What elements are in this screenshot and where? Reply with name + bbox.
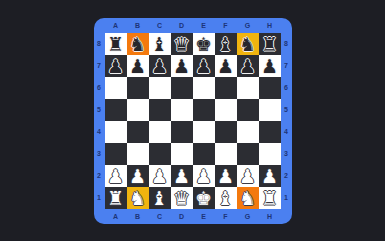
piece-black-pawn[interactable]: ♟ <box>239 55 256 77</box>
file-label-bottom-e: E <box>193 209 215 224</box>
file-label-top-d: D <box>171 18 193 33</box>
square-c2[interactable]: ♟ <box>149 165 171 187</box>
rank-label-left-5: 5 <box>94 99 105 121</box>
square-c1[interactable]: ♝ <box>149 187 171 209</box>
square-g1[interactable]: ♞ <box>237 187 259 209</box>
square-e5[interactable] <box>193 99 215 121</box>
piece-black-knight[interactable]: ♞ <box>239 33 256 55</box>
square-c5[interactable] <box>149 99 171 121</box>
rank-label-left-1: 1 <box>94 187 105 209</box>
square-f8[interactable]: ♝ <box>215 33 237 55</box>
square-e7[interactable]: ♟ <box>193 55 215 77</box>
square-d8[interactable]: ♛ <box>171 33 193 55</box>
piece-black-rook[interactable]: ♜ <box>261 33 278 55</box>
file-label-top-h: H <box>259 18 281 33</box>
square-b2[interactable]: ♟ <box>127 165 149 187</box>
piece-white-pawn[interactable]: ♟ <box>173 165 190 187</box>
piece-black-pawn[interactable]: ♟ <box>217 55 234 77</box>
square-b7[interactable]: ♟ <box>127 55 149 77</box>
square-g4[interactable] <box>237 121 259 143</box>
rank-label-right-5: 5 <box>281 99 292 121</box>
square-a1[interactable]: ♜ <box>105 187 127 209</box>
piece-white-bishop[interactable]: ♝ <box>151 187 168 209</box>
piece-white-pawn[interactable]: ♟ <box>239 165 256 187</box>
square-h1[interactable]: ♜ <box>259 187 281 209</box>
square-c6[interactable] <box>149 77 171 99</box>
square-f5[interactable] <box>215 99 237 121</box>
square-h2[interactable]: ♟ <box>259 165 281 187</box>
piece-white-rook[interactable]: ♜ <box>261 187 278 209</box>
rank-label-left-8: 8 <box>94 33 105 55</box>
piece-white-queen[interactable]: ♛ <box>173 187 190 209</box>
piece-white-rook[interactable]: ♜ <box>107 187 124 209</box>
square-e2[interactable]: ♟ <box>193 165 215 187</box>
rank-label-right-3: 3 <box>281 143 292 165</box>
rank-label-right-1: 1 <box>281 187 292 209</box>
rank-label-right-7: 7 <box>281 55 292 77</box>
square-f3[interactable] <box>215 143 237 165</box>
square-g5[interactable] <box>237 99 259 121</box>
square-d1[interactable]: ♛ <box>171 187 193 209</box>
piece-white-pawn[interactable]: ♟ <box>107 165 124 187</box>
rank-label-right-2: 2 <box>281 165 292 187</box>
square-e8[interactable]: ♚ <box>193 33 215 55</box>
square-d2[interactable]: ♟ <box>171 165 193 187</box>
piece-black-pawn[interactable]: ♟ <box>151 55 168 77</box>
piece-white-pawn[interactable]: ♟ <box>261 165 278 187</box>
square-g7[interactable]: ♟ <box>237 55 259 77</box>
file-label-bottom-a: A <box>105 209 127 224</box>
piece-white-pawn[interactable]: ♟ <box>195 165 212 187</box>
piece-black-bishop[interactable]: ♝ <box>217 33 234 55</box>
piece-black-pawn[interactable]: ♟ <box>261 55 278 77</box>
square-g6[interactable] <box>237 77 259 99</box>
piece-white-pawn[interactable]: ♟ <box>151 165 168 187</box>
square-c3[interactable] <box>149 143 171 165</box>
file-label-bottom-c: C <box>149 209 171 224</box>
square-h7[interactable]: ♟ <box>259 55 281 77</box>
square-f1[interactable]: ♝ <box>215 187 237 209</box>
piece-black-queen[interactable]: ♛ <box>173 33 190 55</box>
frame-corner <box>281 18 292 33</box>
square-e4[interactable] <box>193 121 215 143</box>
square-f6[interactable] <box>215 77 237 99</box>
frame-corner <box>94 18 105 33</box>
rank-label-left-7: 7 <box>94 55 105 77</box>
rank-label-left-4: 4 <box>94 121 105 143</box>
piece-black-pawn[interactable]: ♟ <box>173 55 190 77</box>
rank-label-right-8: 8 <box>281 33 292 55</box>
piece-black-pawn[interactable]: ♟ <box>129 55 146 77</box>
frame-corner <box>281 209 292 224</box>
piece-black-pawn[interactable]: ♟ <box>195 55 212 77</box>
square-d7[interactable]: ♟ <box>171 55 193 77</box>
file-label-top-b: B <box>127 18 149 33</box>
piece-black-knight[interactable]: ♞ <box>129 33 146 55</box>
square-e6[interactable] <box>193 77 215 99</box>
square-h6[interactable] <box>259 77 281 99</box>
square-h4[interactable] <box>259 121 281 143</box>
square-h8[interactable]: ♜ <box>259 33 281 55</box>
file-label-top-f: F <box>215 18 237 33</box>
square-g3[interactable] <box>237 143 259 165</box>
piece-black-king[interactable]: ♚ <box>195 33 212 55</box>
square-a7[interactable]: ♟ <box>105 55 127 77</box>
file-label-top-g: G <box>237 18 259 33</box>
square-a5[interactable] <box>105 99 127 121</box>
square-c8[interactable]: ♝ <box>149 33 171 55</box>
square-g2[interactable]: ♟ <box>237 165 259 187</box>
file-label-bottom-h: H <box>259 209 281 224</box>
piece-white-king[interactable]: ♚ <box>195 187 212 209</box>
square-d3[interactable] <box>171 143 193 165</box>
chess-board: ABCDEFGH8♜♞♝♛♚♝♞♜87♟♟♟♟♟♟♟♟7665544332♟♟♟… <box>94 18 292 224</box>
file-label-bottom-g: G <box>237 209 259 224</box>
square-f2[interactable]: ♟ <box>215 165 237 187</box>
piece-white-knight[interactable]: ♞ <box>129 187 146 209</box>
square-b3[interactable] <box>127 143 149 165</box>
rank-label-right-6: 6 <box>281 77 292 99</box>
square-e1[interactable]: ♚ <box>193 187 215 209</box>
file-label-top-e: E <box>193 18 215 33</box>
square-d4[interactable] <box>171 121 193 143</box>
piece-white-pawn[interactable]: ♟ <box>129 165 146 187</box>
file-label-bottom-b: B <box>127 209 149 224</box>
square-e3[interactable] <box>193 143 215 165</box>
square-g8[interactable]: ♞ <box>237 33 259 55</box>
rank-label-left-6: 6 <box>94 77 105 99</box>
square-c7[interactable]: ♟ <box>149 55 171 77</box>
square-b8[interactable]: ♞ <box>127 33 149 55</box>
square-b4[interactable] <box>127 121 149 143</box>
frame-corner <box>94 209 105 224</box>
piece-white-knight[interactable]: ♞ <box>239 187 256 209</box>
piece-white-pawn[interactable]: ♟ <box>217 165 234 187</box>
piece-white-bishop[interactable]: ♝ <box>217 187 234 209</box>
square-a4[interactable] <box>105 121 127 143</box>
square-f7[interactable]: ♟ <box>215 55 237 77</box>
square-h3[interactable] <box>259 143 281 165</box>
square-a2[interactable]: ♟ <box>105 165 127 187</box>
square-d5[interactable] <box>171 99 193 121</box>
square-a6[interactable] <box>105 77 127 99</box>
square-b5[interactable] <box>127 99 149 121</box>
square-b1[interactable]: ♞ <box>127 187 149 209</box>
square-d6[interactable] <box>171 77 193 99</box>
square-a3[interactable] <box>105 143 127 165</box>
square-b6[interactable] <box>127 77 149 99</box>
rank-label-left-2: 2 <box>94 165 105 187</box>
file-label-top-c: C <box>149 18 171 33</box>
square-f4[interactable] <box>215 121 237 143</box>
rank-label-left-3: 3 <box>94 143 105 165</box>
piece-black-bishop[interactable]: ♝ <box>151 33 168 55</box>
file-label-top-a: A <box>105 18 127 33</box>
square-c4[interactable] <box>149 121 171 143</box>
file-label-bottom-d: D <box>171 209 193 224</box>
square-h5[interactable] <box>259 99 281 121</box>
rank-label-right-4: 4 <box>281 121 292 143</box>
square-a8[interactable]: ♜ <box>105 33 127 55</box>
file-label-bottom-f: F <box>215 209 237 224</box>
piece-black-pawn[interactable]: ♟ <box>107 55 124 77</box>
piece-black-rook[interactable]: ♜ <box>107 33 124 55</box>
